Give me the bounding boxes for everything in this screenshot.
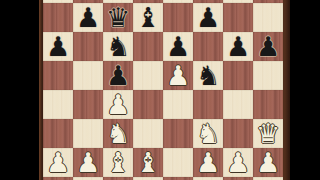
white-knight-piece: ♞ [106, 119, 130, 148]
square-c6[interactable]: ♞ [103, 32, 133, 61]
square-e2[interactable] [163, 148, 193, 177]
square-a5[interactable] [43, 61, 73, 90]
black-queen-piece: ♛ [106, 3, 130, 32]
square-a3[interactable] [43, 119, 73, 148]
square-d6[interactable] [133, 32, 163, 61]
square-f6[interactable] [193, 32, 223, 61]
square-h4[interactable] [253, 90, 283, 119]
white-pawn-piece: ♟ [106, 90, 130, 119]
letterbox-right [290, 0, 320, 180]
square-d4[interactable] [133, 90, 163, 119]
white-queen-piece: ♛ [256, 119, 280, 148]
square-d5[interactable] [133, 61, 163, 90]
square-d7[interactable]: ♝ [133, 3, 163, 32]
square-d1[interactable] [133, 177, 163, 180]
square-g6[interactable]: ♟ [223, 32, 253, 61]
white-bishop-piece: ♝ [136, 148, 160, 177]
square-b2[interactable]: ♟ [73, 148, 103, 177]
video-frame: ♜♜♚♟♛♝♟♟♞♟♟♟♟♟♞♟♞♞♛♟♟♝♝♟♟♟♜♜♚ [0, 0, 320, 180]
chess-board: ♜♜♚♟♛♝♟♟♞♟♟♟♟♟♞♟♞♞♛♟♟♝♝♟♟♟♜♜♚ [43, 0, 283, 180]
square-a1[interactable]: ♜ [43, 177, 73, 180]
square-d2[interactable]: ♝ [133, 148, 163, 177]
square-a4[interactable] [43, 90, 73, 119]
square-h7[interactable] [253, 3, 283, 32]
square-f7[interactable]: ♟ [193, 3, 223, 32]
square-c3[interactable]: ♞ [103, 119, 133, 148]
square-h2[interactable]: ♟ [253, 148, 283, 177]
white-pawn-piece: ♟ [46, 148, 70, 177]
white-knight-piece: ♞ [196, 119, 220, 148]
black-pawn-piece: ♟ [196, 3, 220, 32]
square-d3[interactable] [133, 119, 163, 148]
white-rook-piece: ♜ [196, 177, 220, 180]
square-b5[interactable] [73, 61, 103, 90]
white-rook-piece: ♜ [46, 177, 70, 180]
square-g1[interactable]: ♚ [223, 177, 253, 180]
square-c5[interactable]: ♟ [103, 61, 133, 90]
white-bishop-piece: ♝ [106, 148, 130, 177]
square-b3[interactable] [73, 119, 103, 148]
square-a7[interactable] [43, 3, 73, 32]
square-h1[interactable] [253, 177, 283, 180]
square-b6[interactable] [73, 32, 103, 61]
white-pawn-piece: ♟ [76, 148, 100, 177]
square-h6[interactable]: ♟ [253, 32, 283, 61]
square-g4[interactable] [223, 90, 253, 119]
square-f5[interactable]: ♞ [193, 61, 223, 90]
white-pawn-piece: ♟ [256, 148, 280, 177]
white-pawn-piece: ♟ [166, 61, 190, 90]
square-a2[interactable]: ♟ [43, 148, 73, 177]
black-knight-piece: ♞ [196, 61, 220, 90]
white-pawn-piece: ♟ [226, 148, 250, 177]
black-bishop-piece: ♝ [136, 3, 160, 32]
black-pawn-piece: ♟ [166, 32, 190, 61]
square-h3[interactable]: ♛ [253, 119, 283, 148]
square-c1[interactable] [103, 177, 133, 180]
square-c2[interactable]: ♝ [103, 148, 133, 177]
square-f2[interactable]: ♟ [193, 148, 223, 177]
black-pawn-piece: ♟ [106, 61, 130, 90]
black-pawn-piece: ♟ [256, 32, 280, 61]
square-h5[interactable] [253, 61, 283, 90]
square-g7[interactable] [223, 3, 253, 32]
square-e1[interactable] [163, 177, 193, 180]
square-b4[interactable] [73, 90, 103, 119]
square-e4[interactable] [163, 90, 193, 119]
black-knight-piece: ♞ [106, 32, 130, 61]
square-f4[interactable] [193, 90, 223, 119]
white-king-piece: ♚ [226, 177, 250, 180]
square-f1[interactable]: ♜ [193, 177, 223, 180]
square-e5[interactable]: ♟ [163, 61, 193, 90]
black-pawn-piece: ♟ [76, 3, 100, 32]
square-e3[interactable] [163, 119, 193, 148]
square-f3[interactable]: ♞ [193, 119, 223, 148]
square-g5[interactable] [223, 61, 253, 90]
square-g3[interactable] [223, 119, 253, 148]
square-e7[interactable] [163, 3, 193, 32]
square-b7[interactable]: ♟ [73, 3, 103, 32]
square-c7[interactable]: ♛ [103, 3, 133, 32]
black-pawn-piece: ♟ [46, 32, 70, 61]
square-c4[interactable]: ♟ [103, 90, 133, 119]
square-g2[interactable]: ♟ [223, 148, 253, 177]
square-e6[interactable]: ♟ [163, 32, 193, 61]
letterbox-left [0, 0, 39, 180]
white-pawn-piece: ♟ [196, 148, 220, 177]
black-pawn-piece: ♟ [226, 32, 250, 61]
square-b1[interactable] [73, 177, 103, 180]
square-a6[interactable]: ♟ [43, 32, 73, 61]
